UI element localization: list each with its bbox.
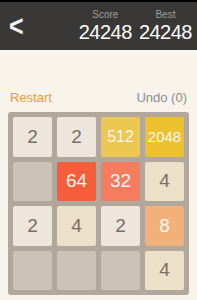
tile-2: 2 (101, 206, 140, 246)
empty-cell (101, 251, 140, 291)
top-bar: < Score 24248 Best 24248 (0, 0, 197, 50)
best-label: Best (155, 9, 175, 21)
tile-64: 64 (57, 162, 96, 202)
scores-panel: Score 24248 Best 24248 (79, 9, 192, 43)
empty-cell (13, 251, 52, 291)
tile-4: 4 (145, 251, 184, 291)
tile-2: 2 (13, 117, 52, 157)
tile-4: 4 (145, 162, 184, 202)
tile-512: 512 (101, 117, 140, 157)
board[interactable]: 2251220486432424284 (8, 112, 189, 295)
tile-2: 2 (57, 117, 96, 157)
undo-button[interactable]: Undo (0) (136, 90, 187, 105)
score-box: Score 24248 (79, 9, 132, 43)
tile-32: 32 (101, 162, 140, 202)
back-button[interactable]: < (9, 12, 24, 41)
best-value: 24248 (139, 21, 192, 43)
best-box: Best 24248 (139, 9, 192, 43)
score-value: 24248 (79, 21, 132, 43)
restart-button[interactable]: Restart (10, 90, 52, 105)
empty-cell (57, 251, 96, 291)
score-label: Score (92, 9, 118, 21)
tile-2: 2 (13, 206, 52, 246)
toolbar: Restart Undo (0) (10, 90, 187, 105)
tile-2048: 2048 (145, 117, 184, 157)
tile-8: 8 (145, 206, 184, 246)
tile-4: 4 (57, 206, 96, 246)
empty-cell (13, 162, 52, 202)
